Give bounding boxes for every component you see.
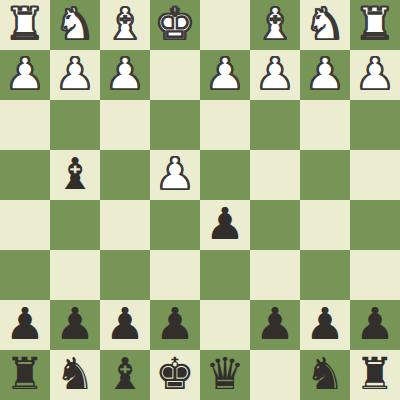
piece-white-pawn-e4[interactable]: ♟ [155,149,194,199]
square-d8[interactable]: ♛ [200,350,250,400]
square-d4[interactable] [200,150,250,200]
square-g1[interactable]: ♞ [50,0,100,50]
piece-white-bishop-c1[interactable]: ♝ [255,0,294,49]
square-a8[interactable]: ♜ [350,350,400,400]
square-a6[interactable] [350,250,400,300]
square-f8[interactable]: ♝ [100,350,150,400]
square-b1[interactable]: ♞ [300,0,350,50]
piece-white-pawn-d2[interactable]: ♟ [205,49,244,99]
piece-white-pawn-g2[interactable]: ♟ [55,49,94,99]
square-g4[interactable]: ♝ [50,150,100,200]
square-e5[interactable] [150,200,200,250]
piece-black-king-e8[interactable]: ♚ [155,349,194,399]
piece-black-knight-g8[interactable]: ♞ [55,349,94,399]
piece-white-bishop-f1[interactable]: ♝ [105,0,144,49]
piece-black-pawn-f7[interactable]: ♟ [105,299,144,349]
square-a2[interactable]: ♟ [350,50,400,100]
square-d1[interactable] [200,0,250,50]
piece-black-bishop-f8[interactable]: ♝ [105,349,144,399]
square-g3[interactable] [50,100,100,150]
piece-black-rook-a8[interactable]: ♜ [355,349,394,399]
piece-black-pawn-e7[interactable]: ♟ [155,299,194,349]
piece-white-pawn-a2[interactable]: ♟ [355,49,394,99]
square-d7[interactable] [200,300,250,350]
square-e4[interactable]: ♟ [150,150,200,200]
square-h4[interactable] [0,150,50,200]
square-a5[interactable] [350,200,400,250]
square-c2[interactable]: ♟ [250,50,300,100]
square-e1[interactable]: ♚ [150,0,200,50]
square-c1[interactable]: ♝ [250,0,300,50]
square-f2[interactable]: ♟ [100,50,150,100]
piece-black-pawn-c7[interactable]: ♟ [255,299,294,349]
piece-white-pawn-h2[interactable]: ♟ [5,49,44,99]
piece-white-pawn-c2[interactable]: ♟ [255,49,294,99]
piece-white-knight-g1[interactable]: ♞ [55,0,94,49]
square-g5[interactable] [50,200,100,250]
square-c8[interactable] [250,350,300,400]
piece-white-pawn-f2[interactable]: ♟ [105,49,144,99]
square-f7[interactable]: ♟ [100,300,150,350]
square-g7[interactable]: ♟ [50,300,100,350]
piece-white-pawn-b2[interactable]: ♟ [305,49,344,99]
square-h3[interactable] [0,100,50,150]
square-b2[interactable]: ♟ [300,50,350,100]
piece-black-rook-h8[interactable]: ♜ [5,349,44,399]
square-c7[interactable]: ♟ [250,300,300,350]
board-wrap: ♜♞♝♚♝♞♜♟♟♟♟♟♟♟♝♟♟♟♟♟♟♟♟♟♜♞♝♚♛♞♜ [0,0,400,400]
square-c3[interactable] [250,100,300,150]
square-a3[interactable] [350,100,400,150]
square-d6[interactable] [200,250,250,300]
square-a1[interactable]: ♜ [350,0,400,50]
piece-black-pawn-b7[interactable]: ♟ [305,299,344,349]
square-b3[interactable] [300,100,350,150]
square-b6[interactable] [300,250,350,300]
piece-black-pawn-d5[interactable]: ♟ [205,199,244,249]
square-c6[interactable] [250,250,300,300]
piece-white-knight-b1[interactable]: ♞ [305,0,344,49]
square-c5[interactable] [250,200,300,250]
square-a7[interactable]: ♟ [350,300,400,350]
square-g6[interactable] [50,250,100,300]
square-a4[interactable] [350,150,400,200]
square-e3[interactable] [150,100,200,150]
square-h8[interactable]: ♜ [0,350,50,400]
chess-board: ♜♞♝♚♝♞♜♟♟♟♟♟♟♟♝♟♟♟♟♟♟♟♟♟♜♞♝♚♛♞♜ [0,0,400,400]
square-f1[interactable]: ♝ [100,0,150,50]
square-g8[interactable]: ♞ [50,350,100,400]
square-d5[interactable]: ♟ [200,200,250,250]
piece-black-knight-b8[interactable]: ♞ [305,349,344,399]
square-h2[interactable]: ♟ [0,50,50,100]
square-f3[interactable] [100,100,150,150]
square-h5[interactable] [0,200,50,250]
square-h6[interactable] [0,250,50,300]
piece-black-pawn-a7[interactable]: ♟ [355,299,394,349]
square-f6[interactable] [100,250,150,300]
piece-black-pawn-h7[interactable]: ♟ [5,299,44,349]
piece-black-queen-d8[interactable]: ♛ [205,349,244,399]
square-b7[interactable]: ♟ [300,300,350,350]
square-e7[interactable]: ♟ [150,300,200,350]
square-b5[interactable] [300,200,350,250]
piece-white-rook-a1[interactable]: ♜ [355,0,394,49]
square-g2[interactable]: ♟ [50,50,100,100]
square-h7[interactable]: ♟ [0,300,50,350]
square-e2[interactable] [150,50,200,100]
square-b4[interactable] [300,150,350,200]
square-f4[interactable] [100,150,150,200]
square-d3[interactable] [200,100,250,150]
square-c4[interactable] [250,150,300,200]
square-e6[interactable] [150,250,200,300]
piece-black-bishop-g4[interactable]: ♝ [55,149,94,199]
square-f5[interactable] [100,200,150,250]
piece-white-rook-h1[interactable]: ♜ [5,0,44,49]
square-b8[interactable]: ♞ [300,350,350,400]
square-h1[interactable]: ♜ [0,0,50,50]
piece-black-pawn-g7[interactable]: ♟ [55,299,94,349]
piece-white-king-e1[interactable]: ♚ [155,0,194,49]
square-d2[interactable]: ♟ [200,50,250,100]
square-e8[interactable]: ♚ [150,350,200,400]
